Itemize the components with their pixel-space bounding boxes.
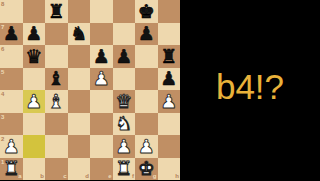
square-c8[interactable]: ♜ [45,0,68,23]
white-bishop[interactable]: ♝ [48,91,65,110]
square-h6[interactable]: ♜ [158,45,181,68]
square-g5[interactable] [135,68,158,91]
square-f8[interactable] [113,0,136,23]
black-pawn[interactable]: ♟ [93,46,110,65]
square-b2[interactable] [23,135,46,158]
black-pawn[interactable]: ♟ [160,69,177,88]
square-c7[interactable] [45,23,68,46]
square-d7[interactable]: ♞ [68,23,91,46]
white-rook[interactable]: ♜ [3,159,20,178]
square-c2[interactable] [45,135,68,158]
rank-label-6: 6 [1,46,4,52]
white-pawn[interactable]: ♟ [25,91,42,110]
square-d6[interactable] [68,45,91,68]
black-bishop[interactable]: ♝ [48,69,65,88]
white-king[interactable]: ♚ [138,159,155,178]
square-f4[interactable]: ♛ [113,90,136,113]
square-d8[interactable] [68,0,91,23]
file-label-c: c [63,173,66,179]
square-h3[interactable] [158,113,181,136]
rank-label-5: 5 [1,69,4,75]
square-h7[interactable] [158,23,181,46]
square-e6[interactable]: ♟ [90,45,113,68]
square-g8[interactable]: ♚ [135,0,158,23]
file-label-d: d [85,173,89,179]
square-e3[interactable] [90,113,113,136]
square-b8[interactable] [23,0,46,23]
square-d3[interactable] [68,113,91,136]
black-king[interactable]: ♚ [138,1,155,20]
white-pawn[interactable]: ♟ [93,69,110,88]
square-d4[interactable] [68,90,91,113]
square-c4[interactable]: ♝ [45,90,68,113]
square-a6[interactable]: 6 [0,45,23,68]
square-c1[interactable]: c [45,158,68,181]
rank-label-3: 3 [1,114,4,120]
black-pawn[interactable]: ♟ [115,46,132,65]
square-g2[interactable]: ♟ [135,135,158,158]
white-pawn[interactable]: ♟ [115,136,132,155]
move-annotation: b4!? [216,67,284,107]
square-h4[interactable]: ♟ [158,90,181,113]
square-e5[interactable]: ♟ [90,68,113,91]
white-knight[interactable]: ♞ [115,114,132,133]
file-label-h: h [175,173,179,179]
square-a3[interactable]: 3 [0,113,23,136]
square-f1[interactable]: f♜ [113,158,136,181]
file-label-f: f [132,173,134,179]
file-label-e: e [108,173,111,179]
square-f7[interactable] [113,23,136,46]
black-rook[interactable]: ♜ [48,1,65,20]
square-h2[interactable] [158,135,181,158]
white-pawn[interactable]: ♟ [160,91,177,110]
file-label-b: b [40,173,44,179]
square-d5[interactable] [68,68,91,91]
black-knight[interactable]: ♞ [70,24,87,43]
square-d2[interactable] [68,135,91,158]
black-queen[interactable]: ♛ [25,46,42,65]
square-e4[interactable] [90,90,113,113]
square-c6[interactable] [45,45,68,68]
square-g6[interactable] [135,45,158,68]
black-rook[interactable]: ♜ [160,46,177,65]
square-e2[interactable] [90,135,113,158]
square-f5[interactable] [113,68,136,91]
black-pawn[interactable]: ♟ [138,24,155,43]
square-e8[interactable] [90,0,113,23]
square-b5[interactable] [23,68,46,91]
square-b7[interactable]: ♟ [23,23,46,46]
square-b1[interactable]: b [23,158,46,181]
square-e1[interactable]: e [90,158,113,181]
square-b3[interactable] [23,113,46,136]
square-a2[interactable]: 2♟ [0,135,23,158]
square-f6[interactable]: ♟ [113,45,136,68]
white-pawn[interactable]: ♟ [138,136,155,155]
square-b4[interactable]: ♟ [23,90,46,113]
square-h1[interactable]: h [158,158,181,181]
square-d1[interactable]: d [68,158,91,181]
black-pawn[interactable]: ♟ [25,24,42,43]
square-a7[interactable]: 7♟ [0,23,23,46]
square-c3[interactable] [45,113,68,136]
rank-label-8: 8 [1,1,4,7]
square-h8[interactable] [158,0,181,23]
square-f3[interactable]: ♞ [113,113,136,136]
square-b6[interactable]: ♛ [23,45,46,68]
square-c5[interactable]: ♝ [45,68,68,91]
rank-label-4: 4 [1,91,4,97]
square-f2[interactable]: ♟ [113,135,136,158]
square-a5[interactable]: 5 [0,68,23,91]
annotation-panel: b4!? [180,0,320,180]
square-g1[interactable]: g♚ [135,158,158,181]
square-g4[interactable] [135,90,158,113]
square-g7[interactable]: ♟ [135,23,158,46]
square-a1[interactable]: 1a♜ [0,158,23,181]
white-queen[interactable]: ♛ [115,91,132,110]
square-g3[interactable] [135,113,158,136]
square-h5[interactable]: ♟ [158,68,181,91]
black-pawn[interactable]: ♟ [3,24,20,43]
white-pawn[interactable]: ♟ [3,136,20,155]
white-rook[interactable]: ♜ [115,159,132,178]
square-a8[interactable]: 8 [0,0,23,23]
chess-board: 8♜♚7♟♟♞♟6♛♟♟♜5♝♟♟4♟♝♛♟3♞2♟♟♟1a♜bcdef♜g♚h [0,0,180,180]
square-e7[interactable] [90,23,113,46]
square-a4[interactable]: 4 [0,90,23,113]
